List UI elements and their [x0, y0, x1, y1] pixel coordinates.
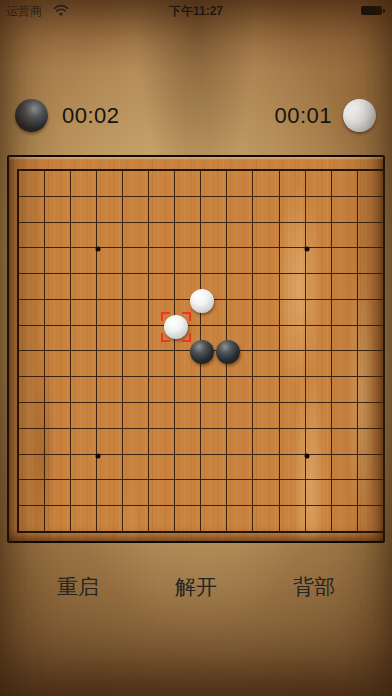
- button-row: 重启 解开 背部: [0, 574, 392, 600]
- star-point: [96, 247, 101, 252]
- black-clock: 00:02: [62, 99, 120, 132]
- star-point: [304, 453, 309, 458]
- star-point: [304, 247, 309, 252]
- restart-button[interactable]: 重启: [57, 574, 99, 600]
- stone-black[interactable]: [216, 340, 240, 364]
- status-bar: 运营商 下午11:27: [0, 0, 392, 20]
- statusbar-time: 下午11:27: [0, 3, 392, 20]
- clock-row: 00:02 00:01: [0, 99, 392, 133]
- star-point: [96, 453, 101, 458]
- black-player-stone-icon: [15, 99, 48, 132]
- back-button[interactable]: 背部: [293, 574, 335, 600]
- battery-icon: [361, 6, 382, 15]
- app-screen: 运营商 下午11:27 00:02 00:01 重启 解开 背部: [0, 0, 392, 696]
- white-clock: 00:01: [274, 99, 332, 132]
- stone-white[interactable]: [190, 289, 214, 313]
- go-board[interactable]: [7, 155, 385, 543]
- go-grid[interactable]: [17, 169, 385, 533]
- white-player-stone-icon: [343, 99, 376, 132]
- undo-button[interactable]: 解开: [175, 574, 217, 600]
- last-move-marker: [161, 312, 191, 342]
- stone-black[interactable]: [190, 340, 214, 364]
